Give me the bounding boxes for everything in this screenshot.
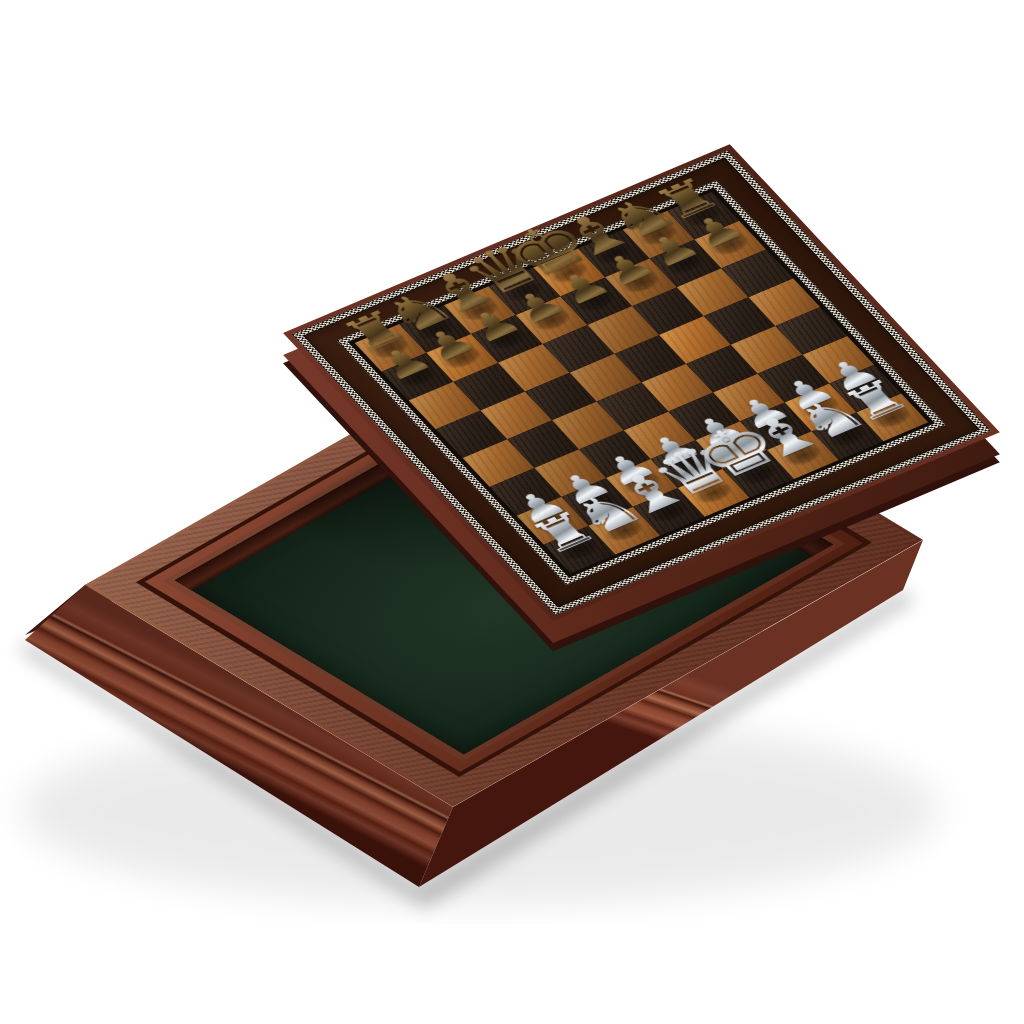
product-photo-stage: ♜♞♝♛♚♝♞♜♟♟♟♟♟♟♟♟♟♟♟♟♟♟♟♟♜♞♝♛♚♝♞♜ xyxy=(0,0,1024,1024)
